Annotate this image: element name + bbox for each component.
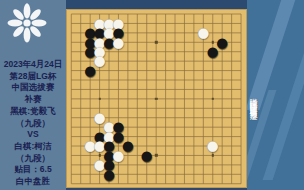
video-thumbnail: ●●●●●●●●●●●●●●●●●●●●●●●●●●●●●●●●●●● 2023… xyxy=(0,0,304,190)
black-stone[interactable]: ● xyxy=(142,150,152,160)
date-text: 2023年4月24日 xyxy=(0,59,71,71)
result-text: 白中盘胜 xyxy=(0,176,71,188)
watermark-text: 哔哩哔哩围棋频道 xyxy=(248,92,258,108)
star-point xyxy=(212,98,214,100)
vs-text: VS xyxy=(0,129,71,141)
black-rank: （九段） xyxy=(0,118,71,130)
go-board[interactable]: ●●●●●●●●●●●●●●●●●●●●●●●●●●●●●●●●●●● xyxy=(66,9,247,188)
event-text: 第28届LG杯 xyxy=(0,71,71,83)
white-stone[interactable]: ● xyxy=(208,141,218,151)
right-banner: 哔哩哔哩围棋频道 xyxy=(247,0,304,190)
stage-text: 中国选拔赛 xyxy=(0,82,71,94)
star-point xyxy=(155,41,157,43)
white-stone[interactable]: ● xyxy=(198,28,208,38)
black-player: 黑棋:党毅飞 xyxy=(0,106,71,118)
star-point xyxy=(212,154,214,156)
black-stone[interactable]: ● xyxy=(85,66,95,76)
white-stone[interactable]: ● xyxy=(113,37,123,47)
star-point xyxy=(155,154,157,156)
info-panel: 2023年4月24日 第28届LG杯 中国选拔赛 补赛 黑棋:党毅飞 （九段） … xyxy=(0,0,66,190)
black-stone[interactable]: ● xyxy=(104,169,114,179)
komi-text: 贴目：6.5 xyxy=(0,164,71,176)
black-stone[interactable]: ● xyxy=(208,47,218,57)
star-point xyxy=(98,98,100,100)
star-point xyxy=(155,98,157,100)
flower-logo xyxy=(6,2,48,44)
round-text: 补赛 xyxy=(0,94,71,106)
white-player: 白棋:柯洁 xyxy=(0,141,71,153)
white-rank: （九段） xyxy=(0,153,71,165)
